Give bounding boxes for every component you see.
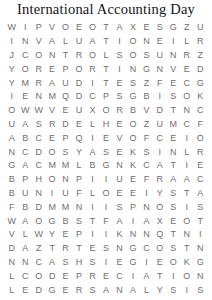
grid-cell-r3c9[interactable]: S — [113, 49, 126, 63]
grid-cell-r6c4[interactable]: M — [45, 90, 58, 104]
grid-cell-r19c12[interactable]: T — [153, 269, 166, 283]
grid-cell-r4c14[interactable]: E — [180, 62, 193, 76]
grid-cell-r19c9[interactable]: C — [113, 269, 126, 283]
grid-cell-r9c8[interactable]: E — [99, 131, 112, 145]
grid-cell-r8c10[interactable]: O — [126, 118, 139, 132]
grid-cell-r4c5[interactable]: P — [59, 62, 72, 76]
grid-cell-r15c2[interactable]: A — [18, 214, 31, 228]
grid-cell-r14c13[interactable]: S — [167, 200, 180, 214]
grid-cell-r1c13[interactable]: G — [167, 21, 180, 35]
grid-cell-r18c6[interactable]: H — [72, 256, 85, 270]
grid-cell-r7c13[interactable]: T — [167, 104, 180, 118]
grid-cell-r10c1[interactable]: N — [5, 145, 18, 159]
grid-cell-r2c10[interactable]: O — [126, 35, 139, 49]
grid-cell-r19c15[interactable]: N — [194, 269, 207, 283]
grid-cell-r13c1[interactable]: B — [5, 187, 18, 201]
grid-cell-r9c12[interactable]: C — [153, 131, 166, 145]
grid-cell-r18c8[interactable]: I — [99, 256, 112, 270]
grid-cell-r3c6[interactable]: R — [72, 49, 85, 63]
grid-cell-r14c15[interactable]: S — [194, 200, 207, 214]
grid-cell-r11c13[interactable]: T — [167, 159, 180, 173]
grid-cell-r11c3[interactable]: C — [32, 159, 45, 173]
grid-cell-r1c9[interactable]: A — [113, 21, 126, 35]
grid-cell-r8c8[interactable]: H — [99, 118, 112, 132]
grid-cell-r18c4[interactable]: A — [45, 256, 58, 270]
grid-cell-r10c2[interactable]: C — [18, 145, 31, 159]
grid-cell-r18c13[interactable]: O — [167, 256, 180, 270]
grid-cell-r16c14[interactable]: N — [180, 228, 193, 242]
grid-cell-r6c12[interactable]: I — [153, 90, 166, 104]
grid-cell-r4c3[interactable]: R — [32, 62, 45, 76]
grid-cell-r6c15[interactable]: K — [194, 90, 207, 104]
grid-cell-r14c6[interactable]: N — [72, 200, 85, 214]
grid-cell-r3c4[interactable]: N — [45, 49, 58, 63]
grid-cell-r4c8[interactable]: T — [99, 62, 112, 76]
grid-cell-r13c15[interactable]: A — [194, 187, 207, 201]
grid-cell-r20c15[interactable]: S — [194, 283, 207, 297]
grid-cell-r17c1[interactable]: D — [5, 242, 18, 256]
grid-cell-r20c11[interactable]: L — [140, 283, 153, 297]
grid-cell-r14c9[interactable]: S — [113, 200, 126, 214]
grid-cell-r5c12[interactable]: F — [153, 76, 166, 90]
grid-cell-r16c10[interactable]: N — [126, 228, 139, 242]
grid-cell-r14c4[interactable]: M — [45, 200, 58, 214]
grid-cell-r2c13[interactable]: I — [167, 35, 180, 49]
grid-cell-r11c8[interactable]: G — [99, 159, 112, 173]
grid-cell-r18c2[interactable]: N — [18, 256, 31, 270]
grid-cell-r3c2[interactable]: C — [18, 49, 31, 63]
grid-cell-r18c7[interactable]: S — [86, 256, 99, 270]
grid-cell-r11c2[interactable]: A — [18, 159, 31, 173]
grid-cell-r13c3[interactable]: N — [32, 187, 45, 201]
grid-cell-r5c14[interactable]: C — [180, 76, 193, 90]
grid-cell-r10c3[interactable]: D — [32, 145, 45, 159]
grid-cell-r11c11[interactable]: C — [140, 159, 153, 173]
grid-cell-r12c5[interactable]: N — [59, 173, 72, 187]
grid-cell-r4c15[interactable]: D — [194, 62, 207, 76]
grid-cell-r3c7[interactable]: O — [86, 49, 99, 63]
grid-cell-r8c11[interactable]: Z — [140, 118, 153, 132]
grid-cell-r8c3[interactable]: S — [32, 118, 45, 132]
grid-cell-r5c15[interactable]: G — [194, 76, 207, 90]
grid-cell-r13c10[interactable]: E — [126, 187, 139, 201]
grid-cell-r7c3[interactable]: W — [32, 104, 45, 118]
grid-cell-r16c11[interactable]: N — [140, 228, 153, 242]
grid-cell-r14c1[interactable]: F — [5, 200, 18, 214]
grid-cell-r15c7[interactable]: T — [86, 214, 99, 228]
grid-cell-r3c12[interactable]: U — [153, 49, 166, 63]
grid-cell-r11c7[interactable]: B — [86, 159, 99, 173]
grid-cell-r15c8[interactable]: F — [99, 214, 112, 228]
grid-cell-r18c14[interactable]: K — [180, 256, 193, 270]
grid-cell-r11c12[interactable]: A — [153, 159, 166, 173]
grid-cell-r5c3[interactable]: R — [32, 76, 45, 90]
grid-cell-r11c4[interactable]: M — [45, 159, 58, 173]
grid-cell-r17c4[interactable]: T — [45, 242, 58, 256]
grid-cell-r7c14[interactable]: N — [180, 104, 193, 118]
grid-cell-r16c13[interactable]: T — [167, 228, 180, 242]
grid-cell-r1c1[interactable]: W — [5, 21, 18, 35]
grid-cell-r16c3[interactable]: W — [32, 228, 45, 242]
grid-cell-r18c3[interactable]: C — [32, 256, 45, 270]
grid-cell-r14c5[interactable]: M — [59, 200, 72, 214]
grid-cell-r6c3[interactable]: N — [32, 90, 45, 104]
grid-cell-r19c13[interactable]: I — [167, 269, 180, 283]
grid-cell-r9c2[interactable]: B — [18, 131, 31, 145]
grid-cell-r11c6[interactable]: L — [72, 159, 85, 173]
grid-cell-r13c2[interactable]: U — [18, 187, 31, 201]
grid-cell-r8c2[interactable]: A — [18, 118, 31, 132]
grid-cell-r16c5[interactable]: E — [59, 228, 72, 242]
grid-cell-r2c15[interactable]: R — [194, 35, 207, 49]
grid-cell-r20c4[interactable]: G — [45, 283, 58, 297]
grid-cell-r5c9[interactable]: E — [113, 76, 126, 90]
grid-cell-r17c7[interactable]: E — [86, 242, 99, 256]
grid-cell-r15c12[interactable]: X — [153, 214, 166, 228]
grid-cell-r5c6[interactable]: D — [72, 76, 85, 90]
grid-cell-r3c15[interactable]: Z — [194, 49, 207, 63]
grid-cell-r2c2[interactable]: N — [18, 35, 31, 49]
grid-cell-r19c4[interactable]: D — [45, 269, 58, 283]
grid-cell-r17c15[interactable]: N — [194, 242, 207, 256]
grid-cell-r10c13[interactable]: N — [167, 145, 180, 159]
grid-cell-r20c9[interactable]: N — [113, 283, 126, 297]
grid-cell-r10c4[interactable]: O — [45, 145, 58, 159]
grid-cell-r6c14[interactable]: O — [180, 90, 193, 104]
grid-cell-r13c13[interactable]: S — [167, 187, 180, 201]
grid-cell-r10c8[interactable]: S — [99, 145, 112, 159]
grid-cell-r4c10[interactable]: N — [126, 62, 139, 76]
grid-cell-r9c5[interactable]: P — [59, 131, 72, 145]
grid-cell-r11c10[interactable]: K — [126, 159, 139, 173]
grid-cell-r20c14[interactable]: I — [180, 283, 193, 297]
grid-cell-r16c15[interactable]: I — [194, 228, 207, 242]
grid-cell-r19c3[interactable]: O — [32, 269, 45, 283]
grid-cell-r7c1[interactable]: O — [5, 104, 18, 118]
grid-cell-r20c1[interactable]: L — [5, 283, 18, 297]
grid-cell-r13c6[interactable]: F — [72, 187, 85, 201]
grid-cell-r9c14[interactable]: I — [180, 131, 193, 145]
grid-cell-r7c4[interactable]: V — [45, 104, 58, 118]
grid-cell-r6c13[interactable]: S — [167, 90, 180, 104]
grid-cell-r16c12[interactable]: Q — [153, 228, 166, 242]
grid-cell-r10c12[interactable]: I — [153, 145, 166, 159]
grid-cell-r11c9[interactable]: N — [113, 159, 126, 173]
grid-cell-r12c6[interactable]: P — [72, 173, 85, 187]
grid-cell-r19c1[interactable]: L — [5, 269, 18, 283]
grid-cell-r1c14[interactable]: Z — [180, 21, 193, 35]
grid-cell-r19c6[interactable]: P — [72, 269, 85, 283]
grid-cell-r2c6[interactable]: U — [72, 35, 85, 49]
grid-cell-r12c4[interactable]: O — [45, 173, 58, 187]
grid-cell-r9c1[interactable]: A — [5, 131, 18, 145]
grid-cell-r15c4[interactable]: G — [45, 214, 58, 228]
grid-cell-r12c10[interactable]: E — [126, 173, 139, 187]
grid-cell-r14c14[interactable]: I — [180, 200, 193, 214]
grid-cell-r3c8[interactable]: L — [99, 49, 112, 63]
grid-cell-r18c9[interactable]: E — [113, 256, 126, 270]
grid-cell-r8c6[interactable]: E — [72, 118, 85, 132]
grid-cell-r1c5[interactable]: O — [59, 21, 72, 35]
grid-cell-r7c11[interactable]: V — [140, 104, 153, 118]
grid-cell-r10c15[interactable]: R — [194, 145, 207, 159]
grid-cell-r13c14[interactable]: T — [180, 187, 193, 201]
grid-cell-r12c9[interactable]: U — [113, 173, 126, 187]
grid-cell-r17c12[interactable]: O — [153, 242, 166, 256]
grid-cell-r6c1[interactable]: I — [5, 90, 18, 104]
grid-cell-r16c1[interactable]: V — [5, 228, 18, 242]
grid-cell-r2c4[interactable]: A — [45, 35, 58, 49]
grid-cell-r9c4[interactable]: E — [45, 131, 58, 145]
grid-cell-r6c2[interactable]: E — [18, 90, 31, 104]
grid-cell-r13c5[interactable]: U — [59, 187, 72, 201]
grid-cell-r2c12[interactable]: E — [153, 35, 166, 49]
grid-cell-r16c8[interactable]: I — [99, 228, 112, 242]
grid-cell-r1c2[interactable]: I — [18, 21, 31, 35]
grid-cell-r4c12[interactable]: N — [153, 62, 166, 76]
grid-cell-r1c3[interactable]: P — [32, 21, 45, 35]
grid-cell-r5c4[interactable]: A — [45, 76, 58, 90]
grid-cell-r8c12[interactable]: U — [153, 118, 166, 132]
grid-cell-r18c12[interactable]: E — [153, 256, 166, 270]
grid-cell-r8c7[interactable]: L — [86, 118, 99, 132]
grid-cell-r3c10[interactable]: O — [126, 49, 139, 63]
grid-cell-r3c5[interactable]: T — [59, 49, 72, 63]
grid-cell-r2c8[interactable]: T — [99, 35, 112, 49]
grid-cell-r16c7[interactable]: I — [86, 228, 99, 242]
grid-cell-r5c13[interactable]: E — [167, 76, 180, 90]
grid-cell-r1c15[interactable]: U — [194, 21, 207, 35]
grid-cell-r20c8[interactable]: A — [99, 283, 112, 297]
grid-cell-r8c5[interactable]: D — [59, 118, 72, 132]
grid-cell-r12c13[interactable]: A — [167, 173, 180, 187]
grid-cell-r4c1[interactable]: Y — [5, 62, 18, 76]
grid-cell-r6c10[interactable]: G — [126, 90, 139, 104]
grid-cell-r20c6[interactable]: R — [72, 283, 85, 297]
grid-cell-r19c10[interactable]: I — [126, 269, 139, 283]
grid-cell-r7c8[interactable]: O — [99, 104, 112, 118]
grid-cell-r2c14[interactable]: L — [180, 35, 193, 49]
grid-cell-r1c12[interactable]: S — [153, 21, 166, 35]
grid-cell-r20c13[interactable]: S — [167, 283, 180, 297]
grid-cell-r14c10[interactable]: P — [126, 200, 139, 214]
grid-cell-r18c10[interactable]: G — [126, 256, 139, 270]
grid-cell-r9c11[interactable]: F — [140, 131, 153, 145]
grid-cell-r7c7[interactable]: X — [86, 104, 99, 118]
grid-cell-r8c14[interactable]: C — [180, 118, 193, 132]
grid-cell-r18c11[interactable]: I — [140, 256, 153, 270]
grid-cell-r9c6[interactable]: Q — [72, 131, 85, 145]
grid-cell-r12c8[interactable]: I — [99, 173, 112, 187]
grid-cell-r8c15[interactable]: F — [194, 118, 207, 132]
grid-cell-r5c10[interactable]: S — [126, 76, 139, 90]
grid-cell-r5c5[interactable]: U — [59, 76, 72, 90]
grid-cell-r9c10[interactable]: O — [126, 131, 139, 145]
grid-cell-r8c4[interactable]: R — [45, 118, 58, 132]
grid-cell-r17c14[interactable]: T — [180, 242, 193, 256]
grid-cell-r3c3[interactable]: O — [32, 49, 45, 63]
grid-cell-r19c2[interactable]: C — [18, 269, 31, 283]
grid-cell-r19c11[interactable]: A — [140, 269, 153, 283]
grid-cell-r19c8[interactable]: E — [99, 269, 112, 283]
grid-cell-r6c8[interactable]: P — [99, 90, 112, 104]
grid-cell-r9c7[interactable]: I — [86, 131, 99, 145]
grid-cell-r15c10[interactable]: I — [126, 214, 139, 228]
grid-cell-r2c9[interactable]: I — [113, 35, 126, 49]
grid-cell-r16c6[interactable]: P — [72, 228, 85, 242]
grid-cell-r11c15[interactable]: E — [194, 159, 207, 173]
grid-cell-r6c9[interactable]: S — [113, 90, 126, 104]
grid-cell-r6c6[interactable]: D — [72, 90, 85, 104]
grid-cell-r17c5[interactable]: R — [59, 242, 72, 256]
grid-cell-r17c3[interactable]: Z — [32, 242, 45, 256]
grid-cell-r9c9[interactable]: V — [113, 131, 126, 145]
grid-cell-r6c5[interactable]: Q — [59, 90, 72, 104]
grid-cell-r7c15[interactable]: C — [194, 104, 207, 118]
grid-cell-r17c6[interactable]: T — [72, 242, 85, 256]
grid-cell-r1c6[interactable]: E — [72, 21, 85, 35]
grid-cell-r14c2[interactable]: B — [18, 200, 31, 214]
grid-cell-r15c1[interactable]: W — [5, 214, 18, 228]
grid-cell-r4c7[interactable]: R — [86, 62, 99, 76]
grid-cell-r3c11[interactable]: S — [140, 49, 153, 63]
grid-cell-r16c2[interactable]: L — [18, 228, 31, 242]
grid-cell-r5c1[interactable]: Y — [5, 76, 18, 90]
grid-cell-r1c11[interactable]: E — [140, 21, 153, 35]
grid-cell-r8c9[interactable]: E — [113, 118, 126, 132]
grid-cell-r15c9[interactable]: A — [113, 214, 126, 228]
grid-cell-r15c14[interactable]: O — [180, 214, 193, 228]
grid-cell-r13c4[interactable]: I — [45, 187, 58, 201]
grid-cell-r5c8[interactable]: T — [99, 76, 112, 90]
grid-cell-r7c5[interactable]: E — [59, 104, 72, 118]
grid-cell-r12c1[interactable]: B — [5, 173, 18, 187]
grid-cell-r7c10[interactable]: B — [126, 104, 139, 118]
grid-cell-r17c13[interactable]: S — [167, 242, 180, 256]
grid-cell-r10c11[interactable]: S — [140, 145, 153, 159]
grid-cell-r17c2[interactable]: A — [18, 242, 31, 256]
grid-cell-r13c12[interactable]: Y — [153, 187, 166, 201]
grid-cell-r19c14[interactable]: O — [180, 269, 193, 283]
grid-cell-r13c11[interactable]: I — [140, 187, 153, 201]
grid-cell-r12c7[interactable]: I — [86, 173, 99, 187]
grid-cell-r4c6[interactable]: O — [72, 62, 85, 76]
grid-cell-r14c3[interactable]: D — [32, 200, 45, 214]
grid-cell-r15c11[interactable]: A — [140, 214, 153, 228]
grid-cell-r15c13[interactable]: E — [167, 214, 180, 228]
grid-cell-r20c12[interactable]: Y — [153, 283, 166, 297]
grid-cell-r18c15[interactable]: G — [194, 256, 207, 270]
grid-cell-r4c11[interactable]: G — [140, 62, 153, 76]
grid-cell-r16c9[interactable]: K — [113, 228, 126, 242]
grid-cell-r5c7[interactable]: I — [86, 76, 99, 90]
grid-cell-r11c14[interactable]: I — [180, 159, 193, 173]
grid-cell-r10c6[interactable]: Y — [72, 145, 85, 159]
grid-cell-r2c3[interactable]: V — [32, 35, 45, 49]
grid-cell-r2c1[interactable]: I — [5, 35, 18, 49]
grid-cell-r7c9[interactable]: R — [113, 104, 126, 118]
grid-cell-r4c2[interactable]: O — [18, 62, 31, 76]
grid-cell-r18c1[interactable]: N — [5, 256, 18, 270]
grid-cell-r12c2[interactable]: P — [18, 173, 31, 187]
grid-cell-r9c15[interactable]: O — [194, 131, 207, 145]
grid-cell-r11c5[interactable]: M — [59, 159, 72, 173]
grid-cell-r17c8[interactable]: S — [99, 242, 112, 256]
grid-cell-r9c13[interactable]: E — [167, 131, 180, 145]
grid-cell-r1c8[interactable]: T — [99, 21, 112, 35]
grid-cell-r13c9[interactable]: E — [113, 187, 126, 201]
grid-cell-r20c10[interactable]: A — [126, 283, 139, 297]
grid-cell-r19c7[interactable]: R — [86, 269, 99, 283]
grid-cell-r15c5[interactable]: B — [59, 214, 72, 228]
grid-cell-r3c14[interactable]: R — [180, 49, 193, 63]
grid-cell-r2c5[interactable]: L — [59, 35, 72, 49]
grid-cell-r11c1[interactable]: G — [5, 159, 18, 173]
grid-cell-r20c7[interactable]: S — [86, 283, 99, 297]
grid-cell-r1c7[interactable]: O — [86, 21, 99, 35]
grid-cell-r15c15[interactable]: T — [194, 214, 207, 228]
grid-cell-r9c3[interactable]: C — [32, 131, 45, 145]
grid-cell-r16c4[interactable]: Y — [45, 228, 58, 242]
grid-cell-r3c1[interactable]: J — [5, 49, 18, 63]
grid-cell-r12c14[interactable]: A — [180, 173, 193, 187]
grid-cell-r10c14[interactable]: L — [180, 145, 193, 159]
grid-cell-r6c7[interactable]: C — [86, 90, 99, 104]
grid-cell-r14c12[interactable]: O — [153, 200, 166, 214]
grid-cell-r12c15[interactable]: C — [194, 173, 207, 187]
grid-cell-r1c4[interactable]: V — [45, 21, 58, 35]
grid-cell-r10c10[interactable]: K — [126, 145, 139, 159]
grid-cell-r4c4[interactable]: E — [45, 62, 58, 76]
grid-cell-r12c3[interactable]: H — [32, 173, 45, 187]
grid-cell-r17c10[interactable]: G — [126, 242, 139, 256]
grid-cell-r12c12[interactable]: R — [153, 173, 166, 187]
grid-cell-r5c2[interactable]: M — [18, 76, 31, 90]
grid-cell-r17c9[interactable]: N — [113, 242, 126, 256]
grid-cell-r20c2[interactable]: E — [18, 283, 31, 297]
grid-cell-r10c5[interactable]: S — [59, 145, 72, 159]
grid-cell-r2c7[interactable]: A — [86, 35, 99, 49]
grid-cell-r3c13[interactable]: N — [167, 49, 180, 63]
grid-cell-r5c11[interactable]: Z — [140, 76, 153, 90]
grid-cell-r13c8[interactable]: O — [99, 187, 112, 201]
grid-cell-r20c5[interactable]: E — [59, 283, 72, 297]
grid-cell-r7c12[interactable]: D — [153, 104, 166, 118]
grid-cell-r18c5[interactable]: S — [59, 256, 72, 270]
grid-cell-r10c7[interactable]: A — [86, 145, 99, 159]
grid-cell-r14c7[interactable]: I — [86, 200, 99, 214]
grid-cell-r7c2[interactable]: W — [18, 104, 31, 118]
grid-cell-r19c5[interactable]: E — [59, 269, 72, 283]
grid-cell-r12c11[interactable]: F — [140, 173, 153, 187]
grid-cell-r20c3[interactable]: D — [32, 283, 45, 297]
grid-cell-r14c8[interactable]: I — [99, 200, 112, 214]
grid-cell-r15c6[interactable]: S — [72, 214, 85, 228]
grid-cell-r15c3[interactable]: O — [32, 214, 45, 228]
grid-cell-r4c13[interactable]: V — [167, 62, 180, 76]
grid-cell-r8c13[interactable]: M — [167, 118, 180, 132]
grid-cell-r4c9[interactable]: I — [113, 62, 126, 76]
grid-cell-r8c1[interactable]: U — [5, 118, 18, 132]
grid-cell-r1c10[interactable]: X — [126, 21, 139, 35]
grid-cell-r17c11[interactable]: C — [140, 242, 153, 256]
grid-cell-r7c6[interactable]: U — [72, 104, 85, 118]
grid-cell-r13c7[interactable]: L — [86, 187, 99, 201]
grid-cell-r2c11[interactable]: N — [140, 35, 153, 49]
grid-cell-r10c9[interactable]: E — [113, 145, 126, 159]
grid-cell-r14c11[interactable]: N — [140, 200, 153, 214]
grid-cell-r6c11[interactable]: B — [140, 90, 153, 104]
